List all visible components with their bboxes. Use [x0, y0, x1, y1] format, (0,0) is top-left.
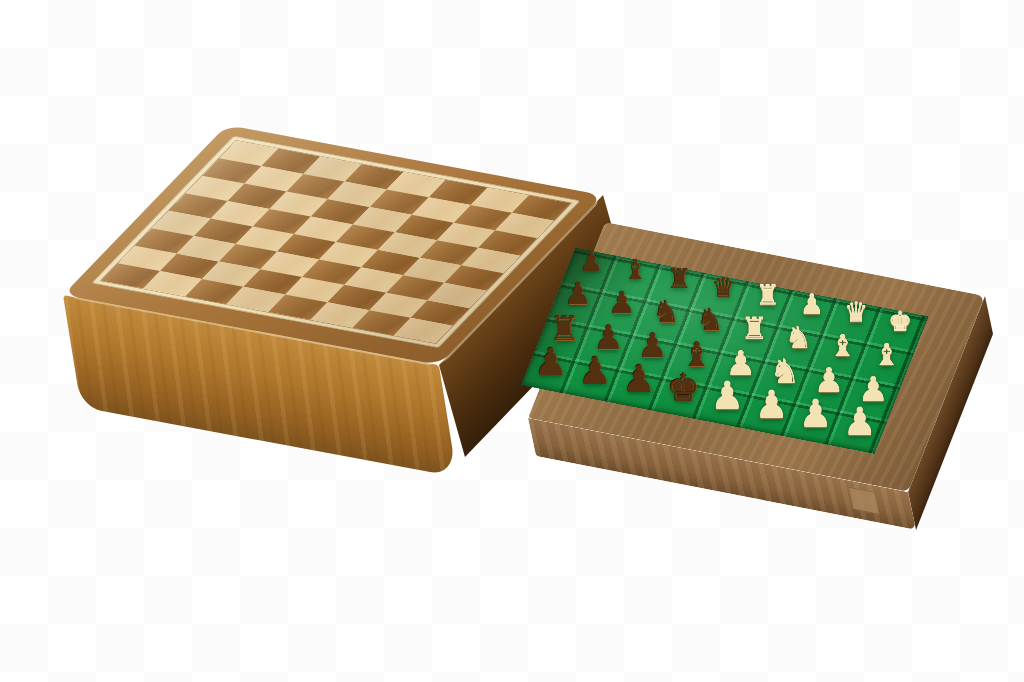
- travel-chess-set-photo: ♟♝♜♛♜♟♛♚♟♟♞♞♜♞♝♝♜♟♟♝♟♞♟♟♟♟♟♚♟♟♟♟: [0, 0, 1024, 682]
- dovetail-joint: [848, 487, 880, 515]
- felt-tray: [521, 248, 928, 454]
